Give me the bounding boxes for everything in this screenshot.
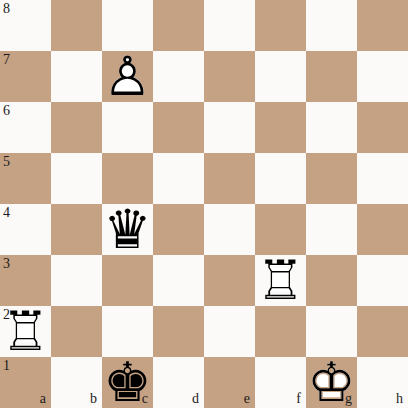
square-g3[interactable] — [306, 255, 357, 306]
square-e3[interactable] — [204, 255, 255, 306]
square-h6[interactable] — [357, 102, 408, 153]
square-c8[interactable] — [102, 0, 153, 51]
square-c3[interactable] — [102, 255, 153, 306]
square-h8[interactable] — [357, 0, 408, 51]
square-h7[interactable] — [357, 51, 408, 102]
square-a1[interactable]: 1a — [0, 357, 51, 408]
square-c2[interactable] — [102, 306, 153, 357]
square-b6[interactable] — [51, 102, 102, 153]
square-g6[interactable] — [306, 102, 357, 153]
square-f7[interactable] — [255, 51, 306, 102]
square-h5[interactable] — [357, 153, 408, 204]
rank-label-3: 3 — [3, 257, 10, 271]
rank-label-6: 6 — [3, 104, 10, 118]
square-a3[interactable]: 3 — [0, 255, 51, 306]
square-f1[interactable]: f — [255, 357, 306, 408]
square-e8[interactable] — [204, 0, 255, 51]
file-label-d: d — [192, 392, 199, 406]
square-g7[interactable] — [306, 51, 357, 102]
square-b7[interactable] — [51, 51, 102, 102]
square-h1[interactable]: h — [357, 357, 408, 408]
white-rook[interactable]: ♜♖ — [255, 255, 306, 306]
square-d8[interactable] — [153, 0, 204, 51]
square-g1[interactable]: g♚♔ — [306, 357, 357, 408]
square-f2[interactable] — [255, 306, 306, 357]
square-c1[interactable]: c♚ — [102, 357, 153, 408]
square-e1[interactable]: e — [204, 357, 255, 408]
file-label-h: h — [396, 392, 403, 406]
white-rook-icon: ♖ — [256, 255, 304, 306]
square-h2[interactable] — [357, 306, 408, 357]
square-g5[interactable] — [306, 153, 357, 204]
square-d5[interactable] — [153, 153, 204, 204]
rank-label-1: 1 — [3, 359, 10, 373]
file-label-b: b — [90, 392, 97, 406]
square-c5[interactable] — [102, 153, 153, 204]
square-b5[interactable] — [51, 153, 102, 204]
white-pawn-icon: ♙ — [103, 51, 151, 102]
square-b2[interactable] — [51, 306, 102, 357]
square-a8[interactable]: 8 — [0, 0, 51, 51]
square-h4[interactable] — [357, 204, 408, 255]
square-a6[interactable]: 6 — [0, 102, 51, 153]
file-label-e: e — [244, 392, 250, 406]
square-h3[interactable] — [357, 255, 408, 306]
square-a5[interactable]: 5 — [0, 153, 51, 204]
square-d7[interactable] — [153, 51, 204, 102]
square-c4[interactable]: ♛ — [102, 204, 153, 255]
square-f8[interactable] — [255, 0, 306, 51]
square-a2[interactable]: 2♜♖ — [0, 306, 51, 357]
file-label-c: c — [142, 392, 148, 406]
rank-label-2: 2 — [3, 308, 10, 322]
square-e6[interactable] — [204, 102, 255, 153]
square-g8[interactable] — [306, 0, 357, 51]
square-a4[interactable]: 4 — [0, 204, 51, 255]
square-e2[interactable] — [204, 306, 255, 357]
square-b1[interactable]: b — [51, 357, 102, 408]
square-g2[interactable] — [306, 306, 357, 357]
square-d3[interactable] — [153, 255, 204, 306]
square-e7[interactable] — [204, 51, 255, 102]
square-f3[interactable]: ♜♖ — [255, 255, 306, 306]
square-d1[interactable]: d — [153, 357, 204, 408]
rank-label-8: 8 — [3, 2, 10, 16]
square-d2[interactable] — [153, 306, 204, 357]
black-queen[interactable]: ♛ — [102, 204, 153, 255]
square-e5[interactable] — [204, 153, 255, 204]
square-b4[interactable] — [51, 204, 102, 255]
square-f5[interactable] — [255, 153, 306, 204]
rank-label-4: 4 — [3, 206, 10, 220]
square-e4[interactable] — [204, 204, 255, 255]
square-g4[interactable] — [306, 204, 357, 255]
chess-board: 87♟♙654♛3♜♖2♜♖1abc♚defg♚♔h — [0, 0, 408, 408]
file-label-a: a — [40, 392, 46, 406]
square-c6[interactable] — [102, 102, 153, 153]
rank-label-5: 5 — [3, 155, 10, 169]
file-label-g: g — [345, 392, 352, 406]
black-queen-icon: ♛ — [103, 204, 151, 255]
file-label-f: f — [296, 392, 301, 406]
square-a7[interactable]: 7 — [0, 51, 51, 102]
square-d4[interactable] — [153, 204, 204, 255]
square-f4[interactable] — [255, 204, 306, 255]
square-c7[interactable]: ♟♙ — [102, 51, 153, 102]
square-f6[interactable] — [255, 102, 306, 153]
rank-label-7: 7 — [3, 53, 10, 67]
square-b8[interactable] — [51, 0, 102, 51]
square-b3[interactable] — [51, 255, 102, 306]
square-d6[interactable] — [153, 102, 204, 153]
white-pawn[interactable]: ♟♙ — [102, 51, 153, 102]
